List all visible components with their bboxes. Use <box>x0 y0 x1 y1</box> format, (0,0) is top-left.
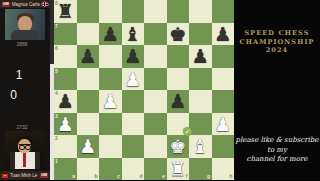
piece-black-pawn[interactable]: ♟ <box>54 90 77 113</box>
piece-white-pawn[interactable]: ♟ <box>54 113 77 136</box>
square-e7[interactable] <box>144 23 167 46</box>
square-f4[interactable]: ♟ <box>167 90 190 113</box>
square-h8[interactable] <box>212 0 235 23</box>
player-bottom-rating: 2732 <box>0 124 44 130</box>
vietnam-flag-icon <box>2 174 8 178</box>
square-g2[interactable]: ♝ <box>189 135 212 158</box>
event-title: SPEED CHESS CHAMPIONSHIP 2024 <box>234 29 320 55</box>
event-title-line2: CHAMPIONSHIP <box>234 38 320 47</box>
square-a6[interactable]: 6 <box>54 45 77 68</box>
rank-label-2: 2 <box>55 136 58 141</box>
square-f5[interactable] <box>167 68 190 91</box>
square-b6[interactable]: ♟ <box>77 45 100 68</box>
event-title-line3: 2024 <box>234 46 320 55</box>
player-top-bar: GM Magnus Carlsen <box>0 0 50 8</box>
square-b5[interactable] <box>77 68 100 91</box>
file-label-e: e <box>162 174 165 179</box>
file-label-a: a <box>72 174 75 179</box>
avatar-shoulders <box>11 30 39 40</box>
square-b3[interactable] <box>77 113 100 136</box>
square-a8[interactable]: 8♜ <box>54 0 77 23</box>
square-g7[interactable] <box>189 23 212 46</box>
square-c6[interactable] <box>99 45 122 68</box>
square-e3[interactable] <box>144 113 167 136</box>
player-bottom-bar: Tuan Minh Le GM <box>0 171 50 180</box>
square-g3[interactable] <box>189 113 212 136</box>
piece-black-rook[interactable]: ♜ <box>54 0 77 23</box>
square-c2[interactable] <box>99 135 122 158</box>
piece-black-bishop[interactable]: ♝ <box>122 23 145 46</box>
square-d8[interactable] <box>122 0 145 23</box>
file-label-h: h <box>229 174 232 179</box>
piece-white-pawn[interactable]: ♟ <box>212 113 235 136</box>
piece-white-rook[interactable]: ♜ <box>167 158 190 181</box>
file-label-g: g <box>207 174 210 179</box>
square-a7[interactable]: 7 <box>54 23 77 46</box>
subscribe-line2: to my <box>234 146 320 156</box>
square-h4[interactable] <box>212 90 235 113</box>
square-d1[interactable]: d <box>122 158 145 181</box>
square-b4[interactable] <box>77 90 100 113</box>
square-g4[interactable] <box>189 90 212 113</box>
square-g6[interactable]: ♟ <box>189 45 212 68</box>
subscribe-line1: please like & subscribe <box>234 136 320 146</box>
piece-black-king[interactable]: ♚ <box>167 23 190 46</box>
avatar-red-tie <box>23 153 26 167</box>
piece-white-pawn[interactable]: ♟ <box>122 68 145 91</box>
square-a4[interactable]: 4♟ <box>54 90 77 113</box>
square-f6[interactable] <box>167 45 190 68</box>
square-h6[interactable] <box>212 45 235 68</box>
square-c5[interactable] <box>99 68 122 91</box>
piece-black-pawn[interactable]: ♟ <box>77 45 100 68</box>
player-top-rating: 2888 <box>0 41 44 47</box>
square-c7[interactable]: ♟ <box>99 23 122 46</box>
square-b1[interactable]: b <box>77 158 100 181</box>
norway-flag-icon <box>42 2 48 6</box>
square-c3[interactable] <box>99 113 122 136</box>
rank-label-1: 1 <box>55 159 58 164</box>
square-f2[interactable]: ♚ <box>167 135 190 158</box>
file-label-c: c <box>117 174 120 179</box>
piece-black-pawn[interactable]: ♟ <box>122 45 145 68</box>
square-h1[interactable]: h <box>212 158 235 181</box>
piece-black-pawn[interactable]: ♟ <box>212 23 235 46</box>
square-h5[interactable] <box>212 68 235 91</box>
square-b2[interactable]: ♟ <box>77 135 100 158</box>
square-e1[interactable]: e <box>144 158 167 181</box>
square-h2[interactable] <box>212 135 235 158</box>
square-d4[interactable] <box>122 90 145 113</box>
square-e5[interactable] <box>144 68 167 91</box>
player-top-name: Magnus Carlsen <box>12 2 40 7</box>
video-frame: GM Magnus Carlsen 2888 1 0 2732 Tuan Min… <box>0 0 320 180</box>
players-panel: GM Magnus Carlsen 2888 1 0 2732 Tuan Min… <box>0 0 50 180</box>
piece-white-pawn[interactable]: ♟ <box>99 90 122 113</box>
square-h7[interactable]: ♟ <box>212 23 235 46</box>
file-label-b: b <box>94 174 97 179</box>
match-score-top: 1 <box>0 68 38 82</box>
square-h3[interactable]: ♟ <box>212 113 235 136</box>
subscribe-text: please like & subscribe to my channel fo… <box>234 136 320 165</box>
square-d2[interactable] <box>122 135 145 158</box>
excellent-move-icon: ✓ <box>183 127 192 136</box>
piece-black-pawn[interactable]: ♟ <box>189 45 212 68</box>
square-f7[interactable]: ♚ <box>167 23 190 46</box>
piece-white-king[interactable]: ♚ <box>167 135 190 158</box>
rank-label-6: 6 <box>55 46 58 51</box>
square-e2[interactable] <box>144 135 167 158</box>
match-score-bottom: 0 <box>0 88 27 102</box>
square-d7[interactable]: ♝ <box>122 23 145 46</box>
chess-board[interactable]: 8♜7♟♝♚♟6♟♟♟5♟4♟♟♟3♟♟2♟♚♝1abcdef♜gh <box>54 0 234 180</box>
square-b7[interactable] <box>77 23 100 46</box>
player-bottom-avatar <box>5 131 45 169</box>
file-label-d: d <box>139 174 142 179</box>
player-top-avatar <box>5 9 45 40</box>
square-c1[interactable]: c <box>99 158 122 181</box>
square-g5[interactable] <box>189 68 212 91</box>
square-a2[interactable]: 2 <box>54 135 77 158</box>
square-a3[interactable]: 3♟ <box>54 113 77 136</box>
square-d5[interactable]: ♟ <box>122 68 145 91</box>
piece-black-pawn[interactable]: ♟ <box>167 90 190 113</box>
player-bottom-name: Tuan Minh Le <box>10 173 38 178</box>
square-f8[interactable] <box>167 0 190 23</box>
rank-label-5: 5 <box>55 69 58 74</box>
rank-label-7: 7 <box>55 24 58 29</box>
square-f1[interactable]: f♜ <box>167 158 190 181</box>
gm-title-badge: GM <box>2 2 10 7</box>
piece-white-bishop[interactable]: ♝ <box>189 135 212 158</box>
gm-title-badge: GM <box>40 173 48 178</box>
subscribe-line3: channel for more <box>234 155 320 165</box>
square-c4[interactable]: ♟ <box>99 90 122 113</box>
square-e8[interactable] <box>144 0 167 23</box>
avatar-face <box>18 16 32 31</box>
piece-black-pawn[interactable]: ♟ <box>99 23 122 46</box>
square-g8[interactable] <box>189 0 212 23</box>
square-a1[interactable]: 1a <box>54 158 77 181</box>
square-d3[interactable] <box>122 113 145 136</box>
square-d6[interactable]: ♟ <box>122 45 145 68</box>
event-title-line1: SPEED CHESS <box>234 29 320 38</box>
square-a5[interactable]: 5 <box>54 68 77 91</box>
avatar-glasses <box>19 144 31 149</box>
square-e4[interactable] <box>144 90 167 113</box>
event-panel: SPEED CHESS CHAMPIONSHIP 2024 please lik… <box>234 0 320 180</box>
square-g1[interactable]: g <box>189 158 212 181</box>
piece-white-pawn[interactable]: ♟ <box>77 135 100 158</box>
square-b8[interactable] <box>77 0 100 23</box>
square-e6[interactable] <box>144 45 167 68</box>
square-c8[interactable] <box>99 0 122 23</box>
